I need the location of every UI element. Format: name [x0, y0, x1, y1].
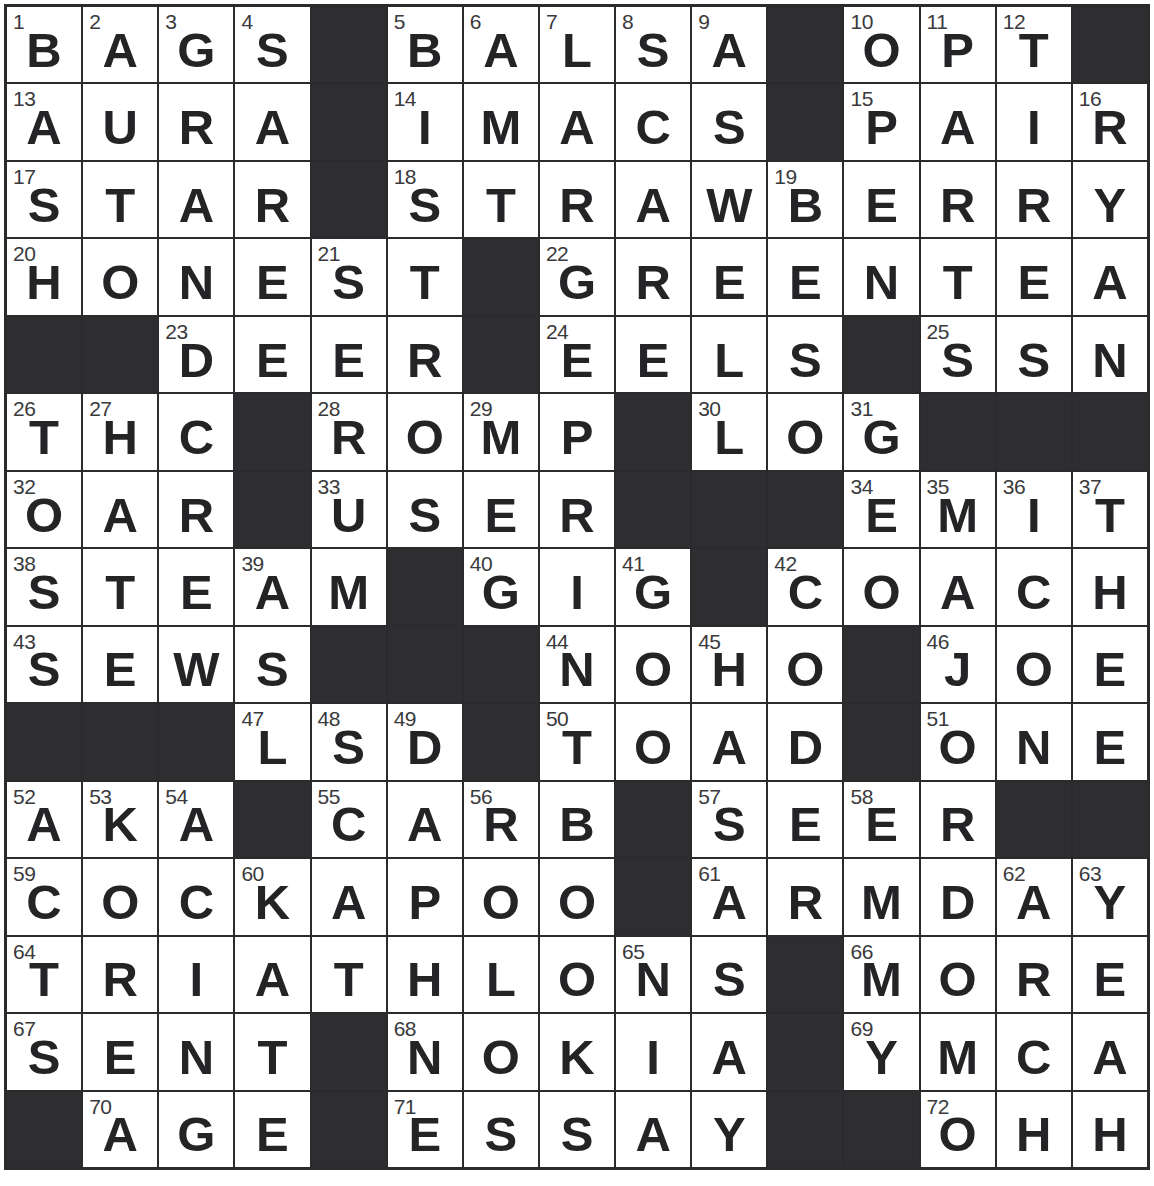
cell-letter: H: [1073, 563, 1147, 623]
letter-cell[interactable]: T: [388, 239, 462, 314]
cell-letter: R: [159, 486, 233, 546]
letter-cell[interactable]: O: [616, 627, 690, 702]
cell-letter: Y: [844, 1028, 918, 1088]
letter-cell[interactable]: O: [540, 859, 614, 934]
letter-cell[interactable]: S: [692, 937, 766, 1012]
letter-cell[interactable]: I: [540, 549, 614, 624]
letter-cell[interactable]: 60K: [235, 859, 309, 934]
letter-cell[interactable]: 30L: [692, 394, 766, 469]
cell-letter: R: [312, 408, 386, 468]
letter-cell[interactable]: 38S: [7, 549, 81, 624]
cell-letter: O: [997, 640, 1071, 700]
letter-cell[interactable]: 34E: [844, 472, 918, 547]
letter-cell[interactable]: L: [692, 317, 766, 392]
cell-letter: O: [83, 253, 157, 313]
letter-cell[interactable]: 56R: [464, 782, 538, 857]
letter-cell[interactable]: R: [540, 472, 614, 547]
cell-letter: L: [692, 331, 766, 391]
cell-letter: E: [235, 331, 309, 391]
cell-letter: M: [312, 563, 386, 623]
cell-letter: T: [83, 176, 157, 236]
cell-letter: U: [83, 98, 157, 158]
black-cell: [616, 394, 690, 469]
letter-cell[interactable]: N: [159, 1014, 233, 1089]
letter-cell[interactable]: M: [464, 84, 538, 159]
letter-cell[interactable]: R: [388, 317, 462, 392]
cell-letter: C: [768, 563, 842, 623]
cell-letter: C: [159, 408, 233, 468]
letter-cell[interactable]: 17S: [7, 162, 81, 237]
cell-letter: N: [159, 1028, 233, 1088]
letter-cell[interactable]: E: [464, 472, 538, 547]
cell-letter: S: [464, 1105, 538, 1165]
cell-letter: E: [768, 795, 842, 855]
letter-cell[interactable]: 72O: [921, 1092, 995, 1167]
black-cell: [616, 472, 690, 547]
letter-cell[interactable]: C: [616, 84, 690, 159]
letter-cell[interactable]: U: [83, 84, 157, 159]
letter-cell[interactable]: I: [616, 1014, 690, 1089]
cell-letter: E: [1073, 950, 1147, 1010]
cell-letter: A: [1073, 1028, 1147, 1088]
cell-letter: O: [921, 718, 995, 778]
letter-cell[interactable]: R: [616, 239, 690, 314]
cell-letter: M: [844, 873, 918, 933]
letter-cell[interactable]: E: [844, 162, 918, 237]
letter-cell[interactable]: 57S: [692, 782, 766, 857]
letter-cell[interactable]: 7L: [540, 7, 614, 82]
letter-cell[interactable]: A: [540, 84, 614, 159]
letter-cell[interactable]: 67S: [7, 1014, 81, 1089]
letter-cell[interactable]: 20H: [7, 239, 81, 314]
letter-cell[interactable]: 6A: [464, 7, 538, 82]
letter-cell[interactable]: 64T: [7, 937, 81, 1012]
cell-letter: T: [921, 253, 995, 313]
cell-letter: R: [921, 795, 995, 855]
letter-cell[interactable]: E: [1073, 704, 1147, 779]
letter-cell[interactable]: 42C: [768, 549, 842, 624]
letter-cell[interactable]: 61A: [692, 859, 766, 934]
cell-letter: A: [1073, 253, 1147, 313]
cell-letter: T: [1073, 486, 1147, 546]
letter-cell[interactable]: 16R: [1073, 84, 1147, 159]
letter-cell[interactable]: W: [159, 627, 233, 702]
letter-cell[interactable]: E: [83, 1014, 157, 1089]
letter-cell[interactable]: E: [768, 239, 842, 314]
letter-cell[interactable]: R: [83, 937, 157, 1012]
letter-cell[interactable]: A: [388, 782, 462, 857]
letter-cell[interactable]: E: [235, 1092, 309, 1167]
cell-letter: W: [692, 176, 766, 236]
letter-cell[interactable]: 71E: [388, 1092, 462, 1167]
letter-cell[interactable]: E: [235, 239, 309, 314]
letter-cell[interactable]: S: [692, 84, 766, 159]
letter-cell[interactable]: R: [921, 782, 995, 857]
cell-letter: M: [844, 950, 918, 1010]
cell-letter: R: [997, 950, 1071, 1010]
letter-cell[interactable]: I: [159, 937, 233, 1012]
letter-cell[interactable]: H: [1073, 1092, 1147, 1167]
letter-cell[interactable]: 19B: [768, 162, 842, 237]
black-cell: [844, 627, 918, 702]
cell-letter: E: [768, 253, 842, 313]
letter-cell[interactable]: 15P: [844, 84, 918, 159]
cell-letter: A: [83, 21, 157, 81]
letter-cell[interactable]: 35M: [921, 472, 995, 547]
letter-cell[interactable]: E: [1073, 627, 1147, 702]
letter-cell[interactable]: Y: [1073, 162, 1147, 237]
letter-cell[interactable]: 54A: [159, 782, 233, 857]
cell-letter: E: [464, 486, 538, 546]
cell-letter: C: [7, 873, 81, 933]
letter-cell[interactable]: S: [464, 1092, 538, 1167]
letter-cell[interactable]: S: [997, 317, 1071, 392]
black-cell: [768, 937, 842, 1012]
letter-cell[interactable]: O: [844, 549, 918, 624]
letter-cell[interactable]: 68N: [388, 1014, 462, 1089]
cell-letter: E: [83, 1028, 157, 1088]
cell-letter: A: [388, 795, 462, 855]
letter-cell[interactable]: E: [159, 549, 233, 624]
cell-letter: E: [83, 640, 157, 700]
cell-letter: R: [1073, 98, 1147, 158]
letter-cell[interactable]: C: [997, 549, 1071, 624]
letter-cell[interactable]: 28R: [312, 394, 386, 469]
letter-cell[interactable]: 44N: [540, 627, 614, 702]
letter-cell[interactable]: B: [540, 782, 614, 857]
letter-cell[interactable]: 53K: [83, 782, 157, 857]
cell-letter: B: [540, 795, 614, 855]
cell-letter: N: [540, 640, 614, 700]
cell-letter: T: [997, 21, 1071, 81]
letter-cell[interactable]: A: [1073, 239, 1147, 314]
letter-cell[interactable]: 10O: [844, 7, 918, 82]
letter-cell[interactable]: 26T: [7, 394, 81, 469]
letter-cell[interactable]: 65N: [616, 937, 690, 1012]
letter-cell[interactable]: 22G: [540, 239, 614, 314]
cell-letter: S: [921, 331, 995, 391]
letter-cell[interactable]: 12T: [997, 7, 1071, 82]
letter-cell[interactable]: 51O: [921, 704, 995, 779]
letter-cell[interactable]: 4S: [235, 7, 309, 82]
cell-letter: T: [388, 253, 462, 313]
cell-letter: A: [692, 1028, 766, 1088]
letter-cell[interactable]: O: [768, 627, 842, 702]
cell-letter: H: [997, 1105, 1071, 1165]
letter-cell[interactable]: S: [768, 317, 842, 392]
cell-letter: B: [388, 21, 462, 81]
letter-cell[interactable]: 33U: [312, 472, 386, 547]
cell-letter: S: [997, 331, 1071, 391]
cell-letter: G: [159, 1105, 233, 1165]
cell-letter: T: [235, 1028, 309, 1088]
cell-letter: A: [235, 98, 309, 158]
black-cell: [464, 239, 538, 314]
cell-letter: E: [312, 331, 386, 391]
letter-cell[interactable]: M: [312, 549, 386, 624]
letter-cell[interactable]: R: [997, 162, 1071, 237]
cell-letter: S: [768, 331, 842, 391]
letter-cell[interactable]: E: [768, 782, 842, 857]
black-cell: [768, 1092, 842, 1167]
letter-cell[interactable]: T: [83, 162, 157, 237]
letter-cell[interactable]: 55C: [312, 782, 386, 857]
letter-cell[interactable]: 25S: [921, 317, 995, 392]
cell-letter: O: [7, 486, 81, 546]
black-cell: [7, 1092, 81, 1167]
letter-cell[interactable]: 14I: [388, 84, 462, 159]
letter-cell[interactable]: R: [540, 162, 614, 237]
black-cell: [768, 7, 842, 82]
letter-cell[interactable]: 48S: [312, 704, 386, 779]
letter-cell[interactable]: E: [83, 627, 157, 702]
cell-letter: S: [312, 253, 386, 313]
letter-cell[interactable]: L: [464, 937, 538, 1012]
letter-cell[interactable]: H: [997, 1092, 1071, 1167]
letter-cell[interactable]: T: [464, 162, 538, 237]
cell-letter: R: [540, 486, 614, 546]
letter-cell[interactable]: H: [388, 937, 462, 1012]
cell-letter: H: [1073, 1105, 1147, 1165]
letter-cell[interactable]: 9A: [692, 7, 766, 82]
cell-letter: C: [312, 795, 386, 855]
black-cell: [235, 472, 309, 547]
cell-letter: R: [921, 176, 995, 236]
letter-cell[interactable]: H: [1073, 549, 1147, 624]
cell-letter: A: [7, 795, 81, 855]
letter-cell[interactable]: 50T: [540, 704, 614, 779]
letter-cell[interactable]: A: [83, 472, 157, 547]
cell-letter: O: [921, 1105, 995, 1165]
letter-cell[interactable]: 49D: [388, 704, 462, 779]
letter-cell[interactable]: C: [159, 859, 233, 934]
letter-cell[interactable]: I: [997, 84, 1071, 159]
cell-letter: A: [83, 486, 157, 546]
letter-cell[interactable]: 41G: [616, 549, 690, 624]
cell-letter: S: [235, 640, 309, 700]
cell-letter: E: [844, 795, 918, 855]
letter-cell[interactable]: 43S: [7, 627, 81, 702]
letter-cell[interactable]: S: [540, 1092, 614, 1167]
letter-cell[interactable]: 62A: [997, 859, 1071, 934]
cell-letter: A: [921, 98, 995, 158]
cell-letter: R: [768, 873, 842, 933]
letter-cell[interactable]: A: [921, 84, 995, 159]
cell-letter: S: [540, 1105, 614, 1165]
letter-cell[interactable]: S: [235, 627, 309, 702]
letter-cell[interactable]: 3G: [159, 7, 233, 82]
letter-cell[interactable]: C: [159, 394, 233, 469]
letter-cell[interactable]: A: [692, 1014, 766, 1089]
letter-cell[interactable]: Y: [692, 1092, 766, 1167]
letter-cell[interactable]: S: [388, 472, 462, 547]
letter-cell[interactable]: O: [997, 627, 1071, 702]
letter-cell[interactable]: 69Y: [844, 1014, 918, 1089]
cell-letter: Y: [1073, 176, 1147, 236]
letter-cell[interactable]: 46J: [921, 627, 995, 702]
cell-letter: R: [997, 176, 1071, 236]
letter-cell[interactable]: 27H: [83, 394, 157, 469]
letter-cell[interactable]: 52A: [7, 782, 81, 857]
letter-cell[interactable]: T: [312, 937, 386, 1012]
cell-letter: A: [921, 563, 995, 623]
cell-letter: O: [464, 1028, 538, 1088]
letter-cell[interactable]: R: [235, 162, 309, 237]
black-cell: [312, 84, 386, 159]
cell-letter: A: [159, 176, 233, 236]
letter-cell[interactable]: 36I: [997, 472, 1071, 547]
letter-cell[interactable]: O: [388, 394, 462, 469]
cell-letter: A: [464, 21, 538, 81]
letter-cell[interactable]: 45H: [692, 627, 766, 702]
letter-cell[interactable]: 58E: [844, 782, 918, 857]
cell-letter: T: [7, 950, 81, 1010]
cell-letter: R: [235, 176, 309, 236]
letter-cell[interactable]: 70A: [83, 1092, 157, 1167]
cell-letter: S: [692, 950, 766, 1010]
letter-cell[interactable]: O: [83, 859, 157, 934]
letter-cell[interactable]: M: [921, 1014, 995, 1089]
letter-cell[interactable]: 5B: [388, 7, 462, 82]
letter-cell[interactable]: N: [997, 704, 1071, 779]
letter-cell[interactable]: A: [616, 162, 690, 237]
letter-cell[interactable]: R: [921, 162, 995, 237]
cell-letter: T: [540, 718, 614, 778]
letter-cell[interactable]: O: [540, 937, 614, 1012]
cell-letter: A: [312, 873, 386, 933]
letter-cell[interactable]: O: [768, 394, 842, 469]
cell-letter: I: [540, 563, 614, 623]
cell-letter: O: [83, 873, 157, 933]
letter-cell[interactable]: D: [921, 859, 995, 934]
letter-cell[interactable]: N: [1073, 317, 1147, 392]
letter-cell[interactable]: N: [159, 239, 233, 314]
cell-letter: I: [997, 486, 1071, 546]
crossword-grid: 1B2A3G4S5B6A7L8S9A10O11P12T13AURA14IMACS…: [4, 4, 1150, 1170]
letter-cell[interactable]: 59C: [7, 859, 81, 934]
cell-letter: N: [1073, 331, 1147, 391]
cell-letter: S: [616, 21, 690, 81]
letter-cell[interactable]: 66M: [844, 937, 918, 1012]
black-cell: [7, 704, 81, 779]
cell-letter: U: [312, 486, 386, 546]
cell-letter: A: [692, 873, 766, 933]
letter-cell[interactable]: R: [997, 937, 1071, 1012]
letter-cell[interactable]: O: [464, 859, 538, 934]
letter-cell[interactable]: E: [997, 239, 1071, 314]
letter-cell[interactable]: E: [312, 317, 386, 392]
letter-cell[interactable]: T: [921, 239, 995, 314]
cell-letter: N: [388, 1028, 462, 1088]
letter-cell[interactable]: O: [83, 239, 157, 314]
letter-cell[interactable]: M: [844, 859, 918, 934]
letter-cell[interactable]: A: [235, 84, 309, 159]
letter-cell[interactable]: A: [159, 162, 233, 237]
cell-letter: W: [159, 640, 233, 700]
cell-letter: H: [7, 253, 81, 313]
letter-cell[interactable]: 63Y: [1073, 859, 1147, 934]
letter-cell[interactable]: N: [844, 239, 918, 314]
black-cell: [235, 782, 309, 857]
cell-letter: D: [388, 718, 462, 778]
letter-cell[interactable]: C: [997, 1014, 1071, 1089]
cell-letter: G: [464, 563, 538, 623]
cell-letter: S: [7, 563, 81, 623]
letter-cell[interactable]: O: [921, 937, 995, 1012]
letter-cell[interactable]: P: [388, 859, 462, 934]
cell-letter: C: [997, 563, 1071, 623]
letter-cell[interactable]: 32O: [7, 472, 81, 547]
letter-cell[interactable]: 37T: [1073, 472, 1147, 547]
letter-cell[interactable]: T: [235, 1014, 309, 1089]
cell-letter: S: [388, 486, 462, 546]
cell-letter: B: [7, 21, 81, 81]
letter-cell[interactable]: R: [159, 472, 233, 547]
letter-cell[interactable]: 21S: [312, 239, 386, 314]
letter-cell[interactable]: P: [540, 394, 614, 469]
black-cell: [768, 84, 842, 159]
letter-cell[interactable]: A: [1073, 1014, 1147, 1089]
letter-cell[interactable]: A: [235, 937, 309, 1012]
letter-cell[interactable]: 23D: [159, 317, 233, 392]
letter-cell[interactable]: A: [921, 549, 995, 624]
letter-cell[interactable]: 31G: [844, 394, 918, 469]
letter-cell[interactable]: R: [768, 859, 842, 934]
letter-cell[interactable]: A: [616, 1092, 690, 1167]
cell-letter: P: [540, 408, 614, 468]
letter-cell[interactable]: 11P: [921, 7, 995, 82]
letter-cell[interactable]: 13A: [7, 84, 81, 159]
letter-cell[interactable]: E: [1073, 937, 1147, 1012]
letter-cell[interactable]: R: [159, 84, 233, 159]
black-cell: [844, 317, 918, 392]
cell-letter: S: [312, 718, 386, 778]
letter-cell[interactable]: 40G: [464, 549, 538, 624]
letter-cell[interactable]: O: [616, 704, 690, 779]
letter-cell[interactable]: 18S: [388, 162, 462, 237]
cell-letter: R: [464, 795, 538, 855]
black-cell: [692, 549, 766, 624]
cell-letter: G: [844, 408, 918, 468]
cell-letter: R: [83, 950, 157, 1010]
letter-cell[interactable]: E: [692, 239, 766, 314]
letter-cell[interactable]: G: [159, 1092, 233, 1167]
letter-cell[interactable]: K: [540, 1014, 614, 1089]
black-cell: [844, 704, 918, 779]
black-cell: [1073, 394, 1147, 469]
letter-cell[interactable]: O: [464, 1014, 538, 1089]
cell-letter: C: [616, 98, 690, 158]
letter-cell[interactable]: 8S: [616, 7, 690, 82]
black-cell: [312, 162, 386, 237]
cell-letter: L: [692, 408, 766, 468]
letter-cell[interactable]: D: [768, 704, 842, 779]
letter-cell[interactable]: 29M: [464, 394, 538, 469]
letter-cell[interactable]: T: [83, 549, 157, 624]
letter-cell[interactable]: E: [616, 317, 690, 392]
letter-cell[interactable]: 47L: [235, 704, 309, 779]
letter-cell[interactable]: E: [235, 317, 309, 392]
letter-cell[interactable]: 2A: [83, 7, 157, 82]
letter-cell[interactable]: A: [692, 704, 766, 779]
letter-cell[interactable]: W: [692, 162, 766, 237]
letter-cell[interactable]: 1B: [7, 7, 81, 82]
cell-letter: L: [540, 21, 614, 81]
letter-cell[interactable]: A: [312, 859, 386, 934]
letter-cell[interactable]: 39A: [235, 549, 309, 624]
letter-cell[interactable]: 24E: [540, 317, 614, 392]
cell-letter: H: [83, 408, 157, 468]
